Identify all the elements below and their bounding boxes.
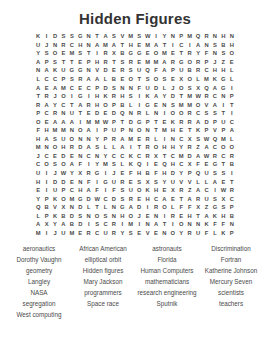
grid-cell: C	[34, 160, 42, 169]
grid-cell: F	[110, 186, 118, 195]
word-list-item: NASA	[8, 289, 70, 297]
grid-cell: K	[143, 186, 151, 195]
grid-cell: P	[34, 109, 42, 118]
grid-cell: I	[169, 41, 177, 50]
grid-cell: Y	[177, 169, 185, 178]
word-list-item: mathematicians	[136, 278, 198, 286]
grid-cell: P	[169, 66, 177, 75]
grid-cell: M	[143, 41, 151, 50]
grid-cell: H	[219, 66, 227, 75]
grid-cell: U	[110, 177, 118, 186]
grid-cell: A	[85, 143, 93, 152]
grid-cell: N	[93, 152, 101, 161]
grid-cell: D	[51, 32, 59, 41]
grid-cell: J	[110, 169, 118, 178]
grid-cell: U	[177, 66, 185, 75]
grid-cell: S	[110, 160, 118, 169]
grid-cell: I	[93, 126, 101, 135]
grid-cell: S	[135, 32, 143, 41]
grid-cell: I	[85, 160, 93, 169]
grid-cell: D	[68, 211, 76, 220]
grid-cell: K	[143, 92, 151, 101]
grid-cell: F	[135, 83, 143, 92]
grid-cell: A	[152, 92, 160, 101]
grid-cell: V	[143, 229, 151, 238]
grid-cell: L	[143, 109, 151, 118]
grid-cell: P	[101, 126, 109, 135]
grid-cell: A	[194, 117, 202, 126]
grid-cell: N	[202, 41, 210, 50]
grid-cell: M	[34, 229, 42, 238]
grid-cell: Q	[135, 160, 143, 169]
grid-cell: D	[76, 220, 84, 229]
grid-cell: L	[169, 203, 177, 212]
grid-cell: H	[160, 143, 168, 152]
grid-cell: F	[202, 229, 210, 238]
grid-cell: C	[68, 83, 76, 92]
grid-cell: U	[34, 41, 42, 50]
grid-cell: S	[101, 211, 109, 220]
grid-cell: W	[202, 152, 210, 161]
grid-cell: R	[118, 66, 126, 75]
grid-cell: A	[59, 220, 67, 229]
grid-cell: B	[42, 203, 50, 212]
grid-cell: R	[211, 152, 219, 161]
grid-cell: G	[101, 177, 109, 186]
grid-cell: O	[186, 75, 194, 84]
grid-cell: B	[228, 211, 236, 220]
grid-cell: M	[160, 49, 168, 58]
grid-cell: D	[169, 92, 177, 101]
grid-cell: V	[177, 177, 185, 186]
grid-cell: U	[135, 66, 143, 75]
grid-cell: E	[152, 229, 160, 238]
grid-cell: I	[42, 229, 50, 238]
grid-cell: M	[59, 126, 67, 135]
grid-cell: F	[219, 220, 227, 229]
grid-cell: T	[186, 126, 194, 135]
word-list-item: Space race	[72, 300, 134, 308]
grid-cell: H	[93, 100, 101, 109]
grid-cell: X	[194, 83, 202, 92]
grid-cell: L	[127, 100, 135, 109]
word-search-grid: KIDSSGNTASVMSWIYNPMQRNHNUJNRCHNAMATHEMAT…	[34, 32, 236, 237]
grid-cell: O	[101, 100, 109, 109]
grid-cell: E	[202, 160, 210, 169]
grid-cell: R	[135, 109, 143, 118]
grid-cell: C	[85, 83, 93, 92]
grid-cell: T	[85, 49, 93, 58]
grid-cell: N	[76, 152, 84, 161]
grid-cell: R	[202, 92, 210, 101]
grid-cell: N	[127, 83, 135, 92]
word-list-item: astronauts	[136, 245, 198, 253]
grid-cell: T	[118, 41, 126, 50]
grid-cell: E	[135, 58, 143, 67]
grid-cell: R	[110, 92, 118, 101]
grid-cell: Y	[177, 229, 185, 238]
grid-cell: R	[110, 229, 118, 238]
grid-cell: O	[59, 92, 67, 101]
word-list-item: Katherine Johnson	[200, 267, 262, 275]
grid-cell: A	[34, 220, 42, 229]
grid-cell: I	[152, 32, 160, 41]
grid-cell: N	[85, 211, 93, 220]
grid-cell: P	[186, 169, 194, 178]
grid-cell: O	[93, 211, 101, 220]
grid-cell: I	[228, 83, 236, 92]
grid-cell: X	[186, 135, 194, 144]
grid-cell: A	[194, 152, 202, 161]
grid-cell: R	[59, 41, 67, 50]
grid-cell: Y	[118, 229, 126, 238]
grid-cell: O	[42, 160, 50, 169]
grid-cell: C	[219, 152, 227, 161]
grid-cell: L	[101, 203, 109, 212]
grid-cell: E	[135, 194, 143, 203]
grid-cell: B	[110, 75, 118, 84]
grid-cell: I	[135, 92, 143, 101]
grid-cell: S	[93, 143, 101, 152]
grid-cell: Z	[219, 58, 227, 67]
grid-cell: T	[160, 41, 168, 50]
grid-cell: D	[169, 169, 177, 178]
grid-cell: Y	[34, 194, 42, 203]
grid-cell: A	[118, 143, 126, 152]
grid-cell: D	[59, 177, 67, 186]
grid-cell: R	[177, 186, 185, 195]
grid-cell: R	[127, 58, 135, 67]
grid-cell: E	[101, 109, 109, 118]
grid-cell: T	[34, 92, 42, 101]
grid-cell: U	[194, 229, 202, 238]
grid-cell: T	[160, 152, 168, 161]
grid-cell: G	[76, 32, 84, 41]
grid-cell: C	[202, 66, 210, 75]
grid-cell: I	[228, 169, 236, 178]
grid-cell: U	[101, 229, 109, 238]
grid-cell: D	[186, 152, 194, 161]
grid-cell: R	[143, 135, 151, 144]
grid-cell: L	[194, 177, 202, 186]
word-list-item: Florida	[136, 256, 198, 264]
grid-cell: G	[118, 203, 126, 212]
grid-cell: S	[186, 83, 194, 92]
grid-cell: T	[68, 58, 76, 67]
grid-cell: A	[152, 41, 160, 50]
grid-cell: H	[93, 58, 101, 67]
grid-cell: M	[127, 135, 135, 144]
grid-cell: V	[202, 100, 210, 109]
grid-cell: P	[177, 32, 185, 41]
grid-cell: W	[143, 32, 151, 41]
grid-cell: L	[110, 143, 118, 152]
grid-cell: G	[211, 203, 219, 212]
grid-cell: A	[186, 194, 194, 203]
grid-cell: N	[110, 211, 118, 220]
grid-cell: U	[219, 117, 227, 126]
grid-cell: D	[127, 117, 135, 126]
grid-cell: H	[169, 126, 177, 135]
grid-cell: T	[152, 126, 160, 135]
grid-cell: T	[93, 203, 101, 212]
grid-cell: H	[76, 41, 84, 50]
grid-cell: I	[160, 211, 168, 220]
grid-cell: H	[118, 211, 126, 220]
grid-cell: A	[68, 160, 76, 169]
grid-cell: E	[135, 41, 143, 50]
grid-cell: R	[85, 100, 93, 109]
grid-cell: R	[76, 75, 84, 84]
grid-cell: G	[143, 100, 151, 109]
grid-cell: C	[42, 75, 50, 84]
grid-cell: C	[152, 194, 160, 203]
grid-cell: I	[160, 135, 168, 144]
word-list-item: geometry	[8, 267, 70, 275]
grid-cell: K	[127, 152, 135, 161]
grid-cell: K	[51, 211, 59, 220]
grid-cell: N	[143, 126, 151, 135]
grid-cell: O	[152, 75, 160, 84]
grid-cell: O	[169, 229, 177, 238]
grid-cell: N	[42, 143, 50, 152]
grid-cell: I	[93, 177, 101, 186]
grid-cell: E	[143, 49, 151, 58]
grid-cell: C	[42, 109, 50, 118]
grid-cell: Y	[93, 135, 101, 144]
grid-cell: W	[101, 117, 109, 126]
grid-cell: H	[152, 186, 160, 195]
grid-cell: B	[228, 160, 236, 169]
word-list-item: Discrimination	[200, 245, 262, 253]
grid-cell: N	[76, 135, 84, 144]
grid-cell: O	[160, 203, 168, 212]
grid-cell: A	[152, 220, 160, 229]
grid-cell: N	[118, 83, 126, 92]
grid-cell: T	[177, 49, 185, 58]
grid-cell: M	[85, 117, 93, 126]
grid-cell: D	[101, 83, 109, 92]
grid-cell: A	[42, 66, 50, 75]
grid-cell: H	[219, 32, 227, 41]
grid-cell: C	[51, 75, 59, 84]
grid-cell: N	[85, 135, 93, 144]
grid-cell: H	[211, 66, 219, 75]
grid-cell: O	[228, 143, 236, 152]
grid-cell: A	[160, 194, 168, 203]
grid-cell: A	[93, 41, 101, 50]
word-list-item: Langley	[8, 278, 70, 286]
grid-cell: L	[85, 203, 93, 212]
grid-cell: K	[211, 211, 219, 220]
grid-cell: L	[101, 143, 109, 152]
grid-cell: C	[211, 92, 219, 101]
grid-cell: S	[118, 186, 126, 195]
grid-cell: C	[118, 152, 126, 161]
grid-cell: J	[42, 41, 50, 50]
grid-cell: H	[160, 169, 168, 178]
grid-cell: S	[211, 41, 219, 50]
grid-cell: P	[101, 135, 109, 144]
grid-cell: S	[152, 177, 160, 186]
grid-cell: I	[118, 220, 126, 229]
grid-cell: A	[160, 58, 168, 67]
grid-cell: E	[59, 49, 67, 58]
grid-cell: N	[127, 109, 135, 118]
grid-cell: A	[93, 75, 101, 84]
grid-cell: O	[152, 143, 160, 152]
grid-cell: I	[85, 220, 93, 229]
grid-cell: G	[135, 117, 143, 126]
grid-cell: X	[152, 152, 160, 161]
grid-cell: R	[127, 194, 135, 203]
grid-cell: S	[211, 109, 219, 118]
grid-cell: E	[68, 177, 76, 186]
grid-cell: M	[177, 100, 185, 109]
grid-cell: P	[219, 126, 227, 135]
grid-cell: R	[194, 194, 202, 203]
grid-cell: U	[59, 135, 67, 144]
grid-cell: S	[110, 32, 118, 41]
grid-cell: I	[143, 160, 151, 169]
grid-cell: A	[68, 117, 76, 126]
grid-cell: E	[177, 126, 185, 135]
grid-cell: S	[68, 32, 76, 41]
grid-cell: I	[186, 41, 194, 50]
grid-cell: M	[186, 100, 194, 109]
grid-cell: P	[59, 186, 67, 195]
grid-cell: X	[110, 49, 118, 58]
grid-cell: T	[68, 100, 76, 109]
grid-cell: S	[76, 49, 84, 58]
grid-cell: N	[68, 126, 76, 135]
grid-cell: A	[127, 203, 135, 212]
grid-cell: U	[143, 83, 151, 92]
grid-cell: I	[160, 109, 168, 118]
grid-cell: G	[177, 58, 185, 67]
grid-cell: C	[68, 186, 76, 195]
grid-cell: A	[202, 143, 210, 152]
grid-cell: L	[152, 135, 160, 144]
grid-cell: E	[160, 186, 168, 195]
grid-cell: P	[228, 203, 236, 212]
grid-cell: P	[228, 92, 236, 101]
grid-cell: D	[93, 109, 101, 118]
grid-cell: I	[127, 143, 135, 152]
grid-cell: R	[85, 229, 93, 238]
grid-cell: Z	[186, 186, 194, 195]
grid-cell: O	[177, 220, 185, 229]
grid-cell: L	[228, 66, 236, 75]
word-list-item: elliptical orbit	[72, 256, 134, 264]
grid-cell: N	[110, 203, 118, 212]
grid-cell: S	[135, 177, 143, 186]
grid-cell: T	[76, 109, 84, 118]
word-list-item: Human Computers	[136, 267, 198, 275]
grid-cell: R	[228, 186, 236, 195]
grid-cell: U	[34, 169, 42, 178]
grid-cell: P	[85, 58, 93, 67]
grid-cell: N	[152, 109, 160, 118]
grid-cell: N	[127, 126, 135, 135]
grid-cell: X	[219, 194, 227, 203]
grid-cell: O	[127, 211, 135, 220]
grid-cell: N	[160, 100, 168, 109]
grid-cell: G	[219, 83, 227, 92]
grid-cell: I	[76, 117, 84, 126]
grid-cell: S	[219, 169, 227, 178]
grid-cell: C	[42, 152, 50, 161]
grid-cell: R	[42, 92, 50, 101]
grid-cell: O	[186, 58, 194, 67]
grid-cell: T	[219, 109, 227, 118]
grid-cell: T	[160, 220, 168, 229]
grid-cell: D	[76, 143, 84, 152]
grid-cell: E	[76, 58, 84, 67]
grid-cell: C	[177, 160, 185, 169]
grid-cell: X	[59, 203, 67, 212]
grid-cell: N	[228, 32, 236, 41]
grid-cell: P	[202, 58, 210, 67]
grid-cell: N	[59, 109, 67, 118]
grid-cell: A	[101, 32, 109, 41]
grid-cell: A	[211, 177, 219, 186]
grid-cell: C	[177, 135, 185, 144]
grid-cell: O	[76, 126, 84, 135]
grid-cell: E	[135, 135, 143, 144]
grid-cell: E	[42, 83, 50, 92]
grid-cell: S	[118, 194, 126, 203]
grid-cell: R	[110, 135, 118, 144]
grid-cell: F	[177, 203, 185, 212]
grid-cell: Q	[194, 32, 202, 41]
grid-cell: R	[118, 177, 126, 186]
grid-cell: R	[228, 152, 236, 161]
grid-cell: S	[118, 58, 126, 67]
grid-cell: S	[51, 160, 59, 169]
grid-cell: F	[194, 160, 202, 169]
grid-cell: S	[194, 135, 202, 144]
grid-cell: N	[169, 135, 177, 144]
grid-cell: S	[42, 49, 50, 58]
grid-cell: E	[169, 75, 177, 84]
grid-cell: E	[219, 177, 227, 186]
grid-cell: S	[68, 75, 76, 84]
grid-cell: E	[118, 75, 126, 84]
grid-cell: C	[228, 117, 236, 126]
grid-cell: B	[143, 169, 151, 178]
grid-cell: Y	[51, 100, 59, 109]
grid-cell: F	[186, 203, 194, 212]
grid-cell: R	[101, 49, 109, 58]
grid-cell: T	[228, 177, 236, 186]
grid-cell: N	[76, 177, 84, 186]
grid-cell: K	[127, 160, 135, 169]
grid-cell: R	[186, 117, 194, 126]
grid-cell: T	[135, 75, 143, 84]
grid-cell: I	[68, 92, 76, 101]
grid-cell: F	[152, 169, 160, 178]
grid-cell: Y	[101, 152, 109, 161]
word-list-item: Sputnik	[136, 300, 198, 308]
grid-cell: N	[228, 220, 236, 229]
grid-cell: M	[68, 194, 76, 203]
grid-cell: K	[202, 220, 210, 229]
grid-cell: O	[59, 160, 67, 169]
grid-cell: P	[202, 126, 210, 135]
grid-cell: H	[169, 143, 177, 152]
grid-cell: C	[169, 152, 177, 161]
